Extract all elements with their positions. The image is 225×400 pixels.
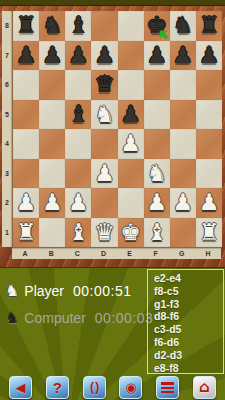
info-panel: ♞ Player 00:00:51 ♞ Computer 00:00:03 e2… <box>0 267 225 400</box>
rank-labels: 87654321 <box>2 11 13 247</box>
square-h5[interactable] <box>196 100 222 130</box>
move-list-item: f8-c5 <box>154 285 223 298</box>
file-labels: ABCDEFGH <box>12 247 221 259</box>
square-e5[interactable]: ♟ <box>118 100 144 130</box>
switch-sides-button[interactable]: ( ) <box>83 376 106 399</box>
square-c1[interactable]: ♝ <box>65 218 91 248</box>
square-b1[interactable] <box>39 218 65 248</box>
square-h6[interactable] <box>196 70 222 100</box>
square-d8[interactable] <box>91 11 117 41</box>
black-knight-icon: ♞ <box>5 310 19 326</box>
help-icon: ? <box>53 380 62 395</box>
square-b5[interactable] <box>39 100 65 130</box>
square-h3[interactable] <box>196 159 222 189</box>
rank-label-4: 4 <box>2 129 12 159</box>
square-a2[interactable]: ♟ <box>13 188 39 218</box>
rank-label-3: 3 <box>2 159 12 189</box>
white-rook[interactable]: ♜ <box>16 221 37 244</box>
rank-label-2: 2 <box>2 188 12 218</box>
white-bishop[interactable]: ♝ <box>68 221 89 244</box>
square-c8[interactable]: ♝ <box>65 11 91 41</box>
move-list-item: c3-d5 <box>154 323 223 336</box>
square-e1[interactable]: ♚ <box>118 218 144 248</box>
square-a7[interactable]: ♟ <box>13 41 39 71</box>
black-pawn[interactable]: ♟ <box>199 44 220 67</box>
black-pawn[interactable]: ♟ <box>146 44 167 67</box>
square-c2[interactable]: ♟ <box>65 188 91 218</box>
black-rook[interactable]: ♜ <box>16 14 37 37</box>
move-list[interactable]: e2-e4f8-c5g1-f3d8-f6c3-d5f6-d6d2-d3e8-f8 <box>147 269 224 374</box>
square-f3[interactable]: ♞ <box>144 159 170 189</box>
white-pawn[interactable]: ♟ <box>173 191 194 214</box>
white-pawn[interactable]: ♟ <box>42 191 63 214</box>
square-b7[interactable]: ♟ <box>39 41 65 71</box>
square-g4[interactable] <box>170 129 196 159</box>
square-h4[interactable] <box>196 129 222 159</box>
square-a3[interactable] <box>13 159 39 189</box>
chess-app-screen: 87654321 ♜♞♝♚♞♜♟♟♟♟♟♟♟♛♝♞♟♟♟♞♟♟♟♟♟♟♜♝♛♚♝… <box>0 0 225 400</box>
square-a5[interactable] <box>13 100 39 130</box>
square-g5[interactable] <box>170 100 196 130</box>
menu-bars-icon <box>161 382 174 393</box>
brackets-icon: ( ) <box>90 381 98 393</box>
exit-home-icon: ⌂ <box>199 380 210 395</box>
square-f7[interactable]: ♟ <box>144 41 170 71</box>
back-button[interactable]: ◀ <box>9 376 32 399</box>
square-e3[interactable] <box>118 159 144 189</box>
square-a4[interactable] <box>13 129 39 159</box>
square-h2[interactable]: ♟ <box>196 188 222 218</box>
white-pawn[interactable]: ♟ <box>68 191 89 214</box>
file-label-c: C <box>64 248 90 259</box>
move-list-item: e2-e4 <box>154 272 223 285</box>
square-e4[interactable]: ♟ <box>118 129 144 159</box>
rank-label-8: 8 <box>2 11 12 41</box>
file-label-h: H <box>195 248 221 259</box>
square-c4[interactable] <box>65 129 91 159</box>
square-c7[interactable]: ♟ <box>65 41 91 71</box>
black-pawn[interactable]: ♟ <box>120 103 141 126</box>
black-pawn[interactable]: ♟ <box>16 44 37 67</box>
black-queen[interactable]: ♛ <box>94 73 115 96</box>
menu-button[interactable] <box>156 376 179 399</box>
file-label-g: G <box>169 248 195 259</box>
square-f2[interactable]: ♟ <box>144 188 170 218</box>
player-clock: 00:00:51 <box>73 283 132 299</box>
file-label-e: E <box>117 248 143 259</box>
back-icon: ◀ <box>16 381 26 394</box>
file-label-f: F <box>143 248 169 259</box>
rank-label-6: 6 <box>2 70 12 100</box>
chess-board[interactable]: ♜♞♝♚♞♜♟♟♟♟♟♟♟♛♝♞♟♟♟♞♟♟♟♟♟♟♜♝♛♚♝♜ <box>13 11 222 247</box>
black-pawn[interactable]: ♟ <box>42 44 63 67</box>
black-bishop[interactable]: ♝ <box>68 14 89 37</box>
square-e2[interactable] <box>118 188 144 218</box>
white-knight-icon: ♞ <box>5 283 19 299</box>
rank-label-5: 5 <box>2 100 12 130</box>
square-a6[interactable] <box>13 70 39 100</box>
eye-icon: ◉ <box>125 381 136 394</box>
black-pawn[interactable]: ♟ <box>68 44 89 67</box>
move-list-item: f6-d6 <box>154 336 223 349</box>
toolbar: ◀ ? ( ) ◉ ⌂ <box>0 372 225 400</box>
square-c3[interactable] <box>65 159 91 189</box>
square-g8[interactable]: ♞ <box>170 11 196 41</box>
white-pawn[interactable]: ♟ <box>16 191 37 214</box>
square-c6[interactable] <box>65 70 91 100</box>
white-pawn[interactable]: ♟ <box>94 162 115 185</box>
square-d3[interactable]: ♟ <box>91 159 117 189</box>
file-label-a: A <box>12 248 38 259</box>
file-label-d: D <box>90 248 116 259</box>
exit-button[interactable]: ⌂ <box>193 376 216 399</box>
black-pawn[interactable]: ♟ <box>173 44 194 67</box>
square-b4[interactable] <box>39 129 65 159</box>
square-h1[interactable]: ♜ <box>196 218 222 248</box>
square-f4[interactable] <box>144 129 170 159</box>
black-knight[interactable]: ♞ <box>173 14 194 37</box>
square-e7[interactable] <box>118 41 144 71</box>
square-e6[interactable] <box>118 70 144 100</box>
move-list-item: d2-d3 <box>154 349 223 362</box>
square-g3[interactable] <box>170 159 196 189</box>
board-frame: 87654321 ♜♞♝♚♞♜♟♟♟♟♟♟♟♛♝♞♟♟♟♞♟♟♟♟♟♟♜♝♛♚♝… <box>0 6 225 267</box>
white-queen[interactable]: ♛ <box>94 221 115 244</box>
black-pawn[interactable]: ♟ <box>94 44 115 67</box>
square-a8[interactable]: ♜ <box>13 11 39 41</box>
help-button[interactable]: ? <box>46 376 69 399</box>
white-knight[interactable]: ♞ <box>146 162 167 185</box>
square-g7[interactable]: ♟ <box>170 41 196 71</box>
black-rook[interactable]: ♜ <box>199 14 220 37</box>
square-b8[interactable]: ♞ <box>39 11 65 41</box>
white-king[interactable]: ♚ <box>120 221 141 244</box>
rank-label-1: 1 <box>2 218 12 248</box>
square-b6[interactable] <box>39 70 65 100</box>
square-f8[interactable]: ♚ <box>144 11 170 41</box>
white-pawn[interactable]: ♟ <box>146 191 167 214</box>
square-d6[interactable]: ♛ <box>91 70 117 100</box>
square-g1[interactable] <box>170 218 196 248</box>
white-knight[interactable]: ♞ <box>94 103 115 126</box>
square-e8[interactable] <box>118 11 144 41</box>
square-g6[interactable] <box>170 70 196 100</box>
white-rook[interactable]: ♜ <box>199 221 220 244</box>
move-list-item: g1-f3 <box>154 298 223 311</box>
computer-clock: 00:00:03 <box>95 310 154 326</box>
square-f6[interactable] <box>144 70 170 100</box>
white-pawn[interactable]: ♟ <box>199 191 220 214</box>
black-knight[interactable]: ♞ <box>42 14 63 37</box>
white-pawn[interactable]: ♟ <box>120 132 141 155</box>
square-h8[interactable]: ♜ <box>196 11 222 41</box>
square-d2[interactable] <box>91 188 117 218</box>
square-h7[interactable]: ♟ <box>196 41 222 71</box>
square-c5[interactable]: ♝ <box>65 100 91 130</box>
square-a1[interactable]: ♜ <box>13 218 39 248</box>
rank-label-7: 7 <box>2 41 12 71</box>
square-b3[interactable] <box>39 159 65 189</box>
computer-name: Computer <box>24 310 85 326</box>
file-label-b: B <box>38 248 64 259</box>
square-f5[interactable] <box>144 100 170 130</box>
square-d1[interactable]: ♛ <box>91 218 117 248</box>
square-f1[interactable]: ♝ <box>144 218 170 248</box>
square-d5[interactable]: ♞ <box>91 100 117 130</box>
square-b2[interactable]: ♟ <box>39 188 65 218</box>
move-list-item: d8-f6 <box>154 310 223 323</box>
black-bishop[interactable]: ♝ <box>68 103 89 126</box>
square-d7[interactable]: ♟ <box>91 41 117 71</box>
square-g2[interactable]: ♟ <box>170 188 196 218</box>
white-bishop[interactable]: ♝ <box>146 221 167 244</box>
square-d4[interactable] <box>91 129 117 159</box>
player-name: Player <box>24 283 64 299</box>
analysis-button[interactable]: ◉ <box>119 376 142 399</box>
